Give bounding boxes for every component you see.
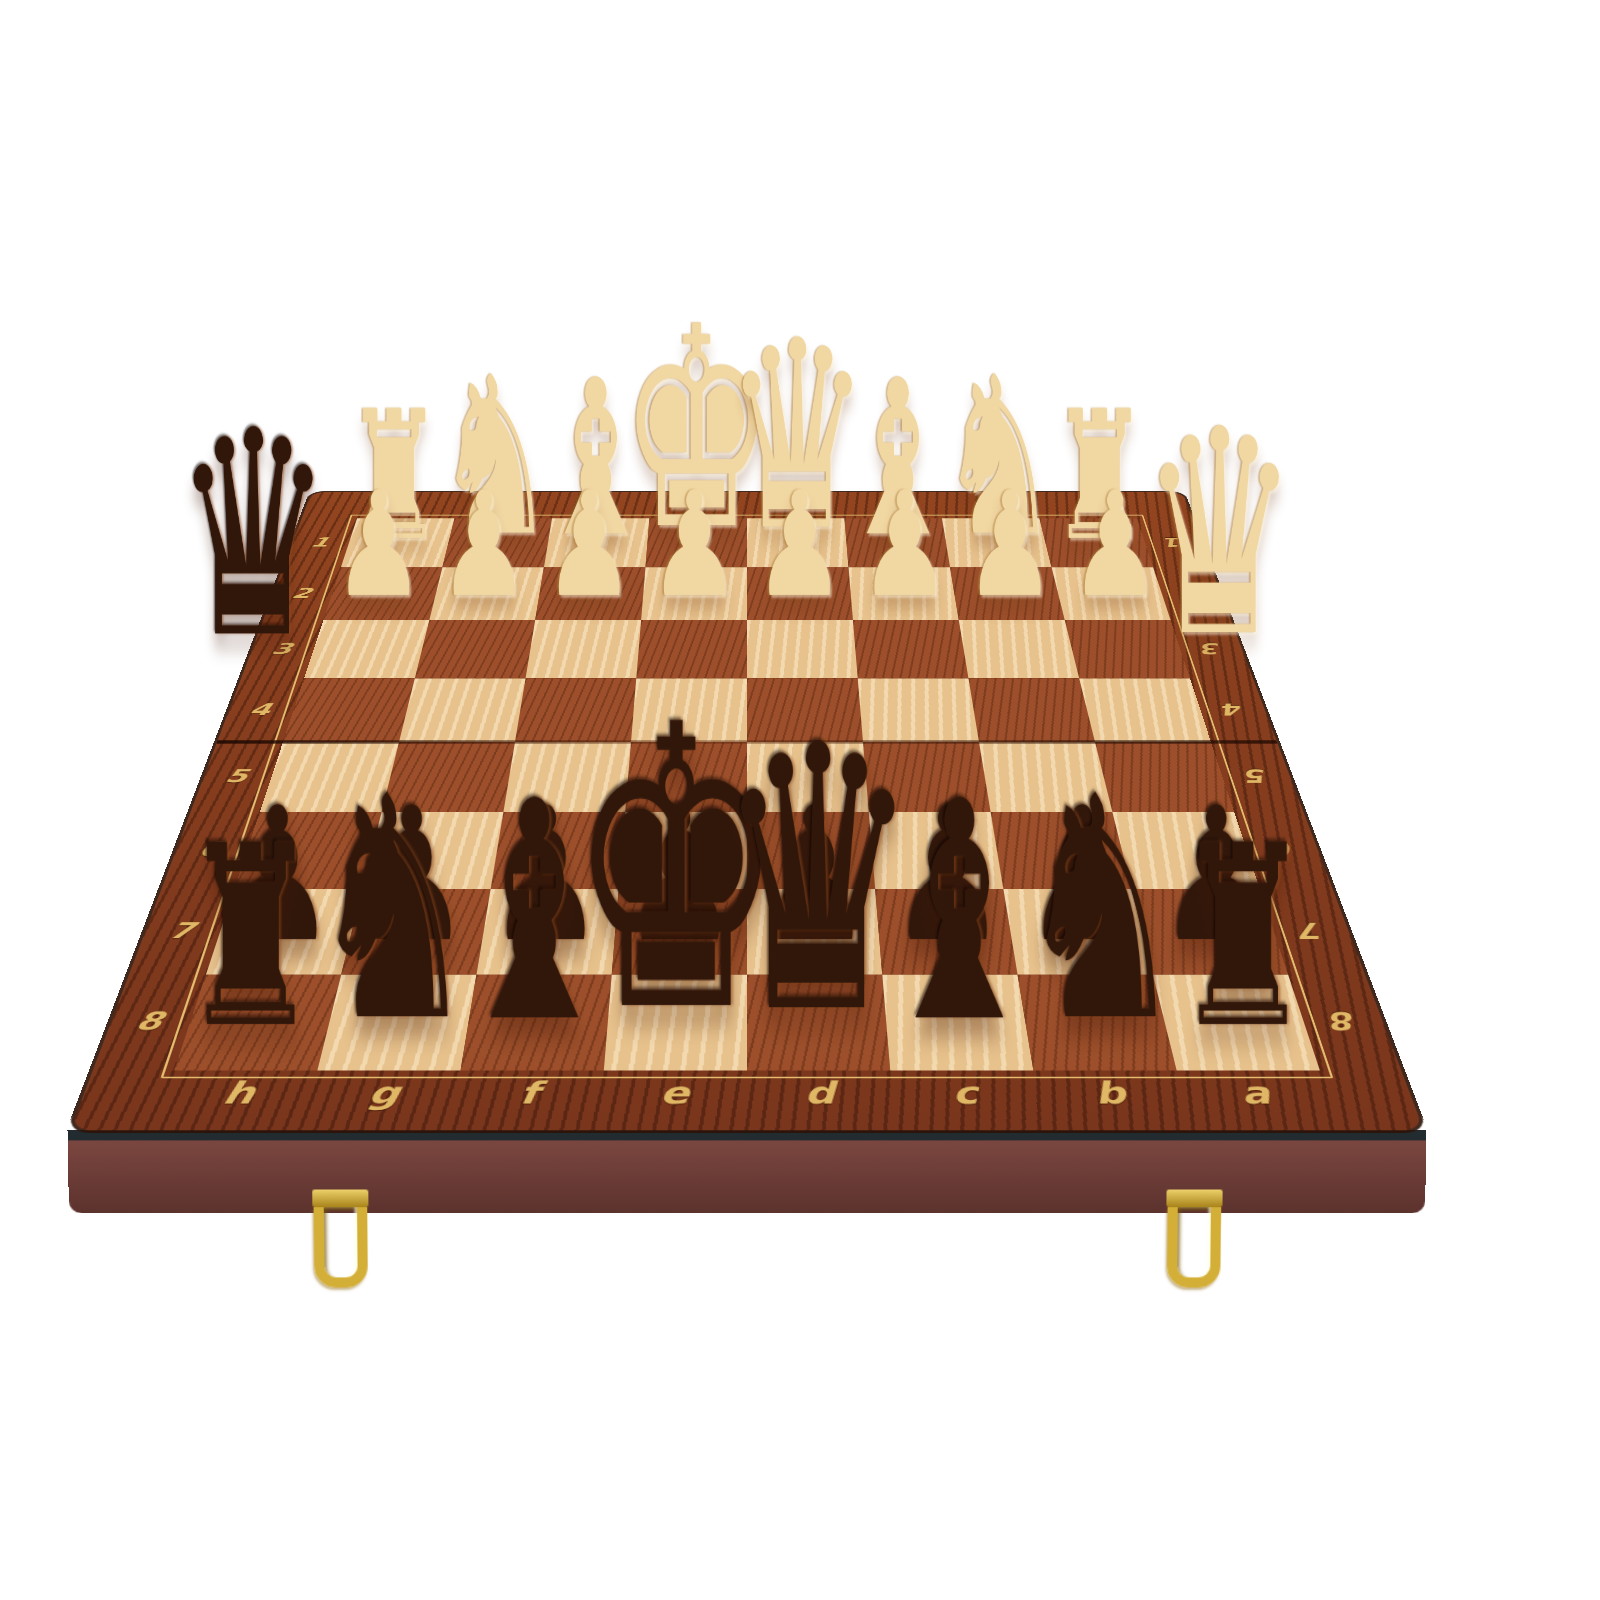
file-label-h: h xyxy=(161,1075,316,1111)
square-c2: ♟ xyxy=(849,567,959,620)
piece-white-pawn: ♟ xyxy=(544,472,635,617)
piece-white-pawn: ♟ xyxy=(333,472,424,617)
rank-label-left-3: 3 xyxy=(257,640,308,657)
rank-label-right-1: 1 xyxy=(1151,535,1197,550)
rank-label-right-8: 8 xyxy=(1311,1007,1379,1036)
piece-white-pawn: ♟ xyxy=(438,472,529,617)
rank-label-left-8: 8 xyxy=(116,1007,184,1036)
file-label-b: b xyxy=(1034,1075,1186,1111)
square-h8: ♜ xyxy=(174,975,341,1071)
piece-white-pawn: ♟ xyxy=(754,472,845,617)
piece-black-bishop: ♝ xyxy=(450,761,618,1064)
piece-white-pawn: ♟ xyxy=(964,472,1055,617)
file-label-g: g xyxy=(307,1075,459,1111)
square-c8: ♝ xyxy=(882,975,1033,1071)
rank-label-right-4: 4 xyxy=(1207,700,1261,719)
square-f8: ♝ xyxy=(461,975,612,1071)
file-label-c: c xyxy=(891,1075,1041,1111)
file-label-e: e xyxy=(600,1075,747,1111)
rank-label-right-3: 3 xyxy=(1186,640,1237,657)
rank-label-left-2: 2 xyxy=(277,585,326,601)
rank-label-left-1: 1 xyxy=(297,535,343,550)
product-photo-scene: ♜♞♝♚♛♝♞♜♟♟♟♟♟♟♟♟♟♟♟♟♟♟♟♟♜♞♝♚♛♝♞♜ hgfedcb… xyxy=(0,0,1600,1600)
piece-white-pawn: ♟ xyxy=(859,472,950,617)
piece-white-pawn: ♟ xyxy=(649,472,740,617)
file-label-d: d xyxy=(747,1075,894,1111)
piece-black-bishop: ♝ xyxy=(875,761,1043,1064)
brass-clasp-right xyxy=(1167,1208,1221,1288)
square-d8: ♛ xyxy=(747,975,890,1071)
rank-label-left-4: 4 xyxy=(234,700,288,719)
square-h2: ♟ xyxy=(323,567,442,620)
square-a8: ♜ xyxy=(1153,975,1320,1071)
square-f2: ♟ xyxy=(535,567,645,620)
square-g2: ♟ xyxy=(429,567,544,620)
chess-board: ♜♞♝♚♛♝♞♜♟♟♟♟♟♟♟♟♟♟♟♟♟♟♟♟♜♞♝♚♛♝♞♜ hgfedcb… xyxy=(70,492,1424,1130)
piece-black-rook: ♜ xyxy=(181,813,320,1064)
piece-black-rook: ♜ xyxy=(1174,813,1313,1064)
square-e2: ♟ xyxy=(641,567,747,620)
file-label-f: f xyxy=(454,1075,604,1111)
brass-clasp-left xyxy=(313,1208,367,1288)
square-d2: ♟ xyxy=(747,567,853,620)
square-b2: ♟ xyxy=(950,567,1065,620)
case-front-edge xyxy=(67,1130,1426,1213)
rank-label-right-2: 2 xyxy=(1168,585,1217,601)
file-label-a: a xyxy=(1178,1075,1333,1111)
